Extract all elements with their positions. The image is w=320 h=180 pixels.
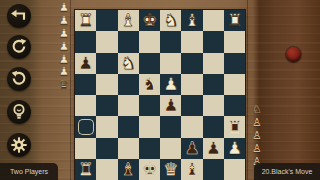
captured-white-pawn: ♟ — [59, 27, 69, 40]
square-f6[interactable] — [118, 116, 139, 137]
square-g3[interactable] — [96, 53, 117, 74]
square-b3[interactable] — [203, 53, 224, 74]
white-pawn-d4[interactable]: ♟ — [160, 74, 181, 95]
undo-button[interactable] — [7, 4, 31, 28]
rotate-button[interactable] — [7, 67, 31, 91]
chess-app-screen: ♟♟♟♟♟♟♛ ♜♝♚♞♝♜♟♞♞♟♟♜♟♟♟♜♝♚♛♝ ♘♙♙♙♙ Two P… — [0, 0, 320, 180]
square-h5[interactable] — [75, 95, 96, 116]
square-a3[interactable] — [224, 53, 245, 74]
captured-white-queen: ♛ — [59, 78, 69, 91]
wood-seam — [247, 0, 248, 180]
captured-black-pawn: ♙ — [252, 116, 261, 129]
square-d2[interactable] — [160, 31, 181, 52]
captured-white-pawn: ♟ — [59, 14, 69, 27]
square-h8[interactable]: ♜ — [75, 159, 96, 180]
square-e1[interactable]: ♚ — [139, 10, 160, 31]
white-king-e1[interactable]: ♚ — [139, 10, 160, 31]
square-d4[interactable]: ♟ — [160, 74, 181, 95]
settings-button[interactable] — [7, 133, 31, 157]
black-rook-h8[interactable]: ♜ — [75, 159, 96, 180]
square-b8[interactable] — [203, 159, 224, 180]
square-f5[interactable] — [118, 95, 139, 116]
undo-icon — [9, 6, 29, 26]
captured-black-pawn: ♙ — [252, 142, 261, 155]
square-c3[interactable] — [181, 53, 202, 74]
square-e7[interactable] — [139, 138, 160, 159]
redo-icon — [9, 37, 29, 57]
square-a4[interactable] — [224, 74, 245, 95]
white-pawn-a7[interactable]: ♟ — [224, 138, 245, 159]
captured-black-knight: ♘ — [252, 103, 261, 116]
game-mode-label: Two Players — [0, 163, 58, 180]
square-e6[interactable] — [139, 116, 160, 137]
square-f1[interactable]: ♝ — [118, 10, 139, 31]
square-d1[interactable]: ♞ — [160, 10, 181, 31]
square-e4[interactable]: ♞ — [139, 74, 160, 95]
square-a6[interactable]: ♜ — [224, 116, 245, 137]
black-pawn-d5[interactable]: ♟ — [160, 95, 181, 116]
square-c7[interactable]: ♟ — [181, 138, 202, 159]
square-h1[interactable]: ♜ — [75, 10, 96, 31]
square-e3[interactable] — [139, 53, 160, 74]
square-g4[interactable] — [96, 74, 117, 95]
move-status-label: 20.Black's Move — [254, 163, 320, 180]
square-b7[interactable]: ♟ — [203, 138, 224, 159]
square-c6[interactable] — [181, 116, 202, 137]
square-b2[interactable] — [203, 31, 224, 52]
black-pawn-c7[interactable]: ♟ — [181, 138, 202, 159]
square-d5[interactable]: ♟ — [160, 95, 181, 116]
square-g1[interactable] — [96, 10, 117, 31]
square-h3[interactable]: ♟ — [75, 53, 96, 74]
white-knight-f3[interactable]: ♞ — [118, 53, 139, 74]
square-b1[interactable] — [203, 10, 224, 31]
square-a1[interactable]: ♜ — [224, 10, 245, 31]
black-knight-e4[interactable]: ♞ — [139, 74, 160, 95]
square-b6[interactable] — [203, 116, 224, 137]
square-h7[interactable] — [75, 138, 96, 159]
square-d8[interactable]: ♛ — [160, 159, 181, 180]
white-knight-d1[interactable]: ♞ — [160, 10, 181, 31]
square-a5[interactable] — [224, 95, 245, 116]
square-g6[interactable] — [96, 116, 117, 137]
black-pawn-h3[interactable]: ♟ — [75, 53, 96, 74]
white-rook-h1[interactable]: ♜ — [75, 10, 96, 31]
square-b4[interactable] — [203, 74, 224, 95]
redo-button[interactable] — [7, 35, 31, 59]
square-g5[interactable] — [96, 95, 117, 116]
square-c5[interactable] — [181, 95, 202, 116]
black-bishop-f8[interactable]: ♝ — [118, 159, 139, 180]
square-e8[interactable]: ♚ — [139, 159, 160, 180]
left-toolbar — [0, 0, 36, 180]
square-f7[interactable] — [118, 138, 139, 159]
black-king-e8[interactable]: ♚ — [139, 159, 160, 180]
square-c8[interactable]: ♝ — [181, 159, 202, 180]
square-h6[interactable] — [75, 116, 96, 137]
square-a7[interactable]: ♟ — [224, 138, 245, 159]
square-g2[interactable] — [96, 31, 117, 52]
settings-icon — [9, 135, 29, 155]
square-f2[interactable] — [118, 31, 139, 52]
square-h4[interactable] — [75, 74, 96, 95]
square-a8[interactable] — [224, 159, 245, 180]
rotate-ccw-icon — [9, 69, 29, 89]
last-move-marker — [75, 116, 96, 137]
square-f3[interactable]: ♞ — [118, 53, 139, 74]
captured-white-pieces-tray: ♟♟♟♟♟♟♛ — [56, 1, 72, 91]
captured-white-pawn: ♟ — [59, 40, 69, 53]
chess-board[interactable]: ♜♝♚♞♝♜♟♞♞♟♟♜♟♟♟♜♝♚♛♝ — [75, 10, 245, 180]
black-pawn-b7[interactable]: ♟ — [203, 138, 224, 159]
white-bishop-c1[interactable]: ♝ — [181, 10, 202, 31]
hint-icon — [9, 102, 29, 122]
white-bishop-f1[interactable]: ♝ — [118, 10, 139, 31]
square-b5[interactable] — [203, 95, 224, 116]
turn-indicator-badge — [286, 47, 301, 62]
square-g8[interactable] — [96, 159, 117, 180]
hint-button[interactable] — [7, 100, 31, 124]
square-f8[interactable]: ♝ — [118, 159, 139, 180]
black-queen-d8[interactable]: ♛ — [160, 159, 181, 180]
square-d7[interactable] — [160, 138, 181, 159]
square-e5[interactable] — [139, 95, 160, 116]
square-c1[interactable]: ♝ — [181, 10, 202, 31]
white-rook-a1[interactable]: ♜ — [224, 10, 245, 31]
captured-black-pieces-tray: ♘♙♙♙♙ — [249, 103, 265, 167]
square-f4[interactable] — [118, 74, 139, 95]
square-d3[interactable] — [160, 53, 181, 74]
square-c4[interactable] — [181, 74, 202, 95]
square-c2[interactable] — [181, 31, 202, 52]
square-h2[interactable] — [75, 31, 96, 52]
black-rook-a6[interactable]: ♜ — [224, 116, 245, 137]
black-bishop-c8[interactable]: ♝ — [181, 159, 202, 180]
captured-white-pawn: ♟ — [59, 1, 69, 14]
square-e2[interactable] — [139, 31, 160, 52]
square-g7[interactable] — [96, 138, 117, 159]
square-d6[interactable] — [160, 116, 181, 137]
captured-black-pawn: ♙ — [252, 129, 261, 142]
square-a2[interactable] — [224, 31, 245, 52]
